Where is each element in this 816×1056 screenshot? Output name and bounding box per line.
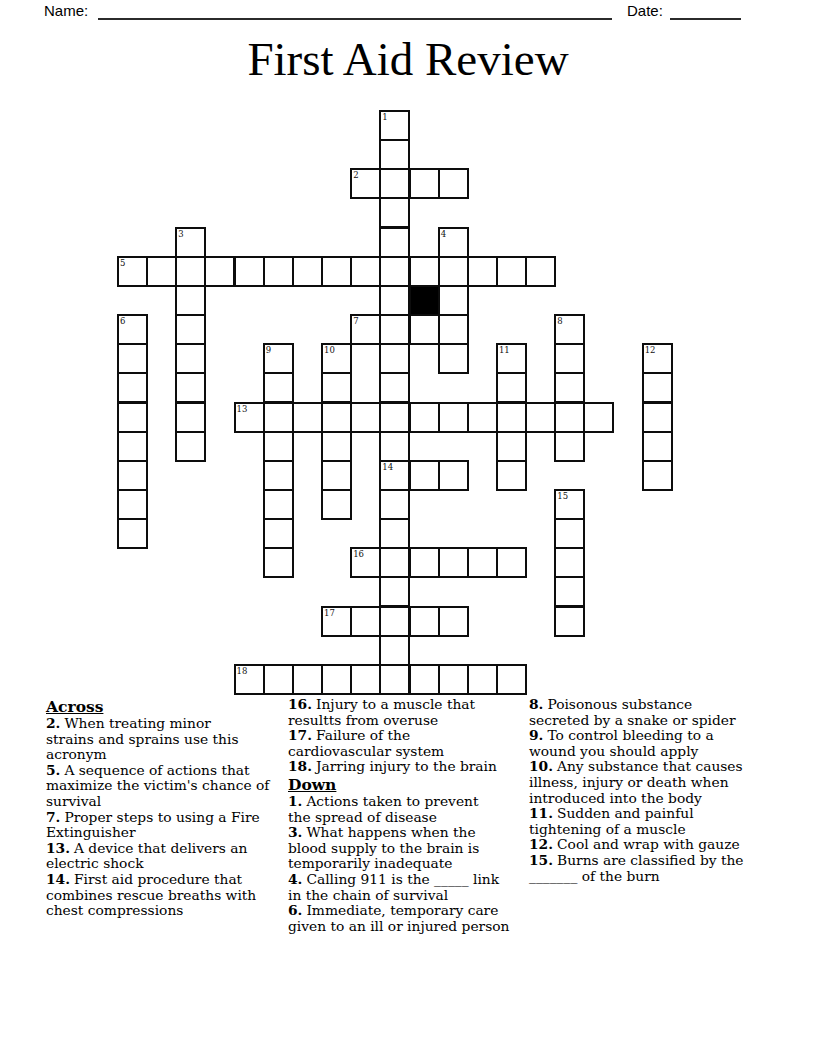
cell-r8c0[interactable] bbox=[117, 343, 148, 374]
cell-r8c15[interactable] bbox=[554, 343, 585, 374]
clue-text: Actions taken to prevent the spread of d… bbox=[288, 793, 479, 825]
clue-text: Cool and wrap with gauze bbox=[557, 836, 740, 852]
cell-r5c8[interactable] bbox=[350, 256, 381, 287]
cell-number-16: 16 bbox=[353, 549, 364, 559]
cell-r14c5[interactable] bbox=[263, 518, 294, 549]
cell-r18c9[interactable] bbox=[379, 635, 410, 666]
name-blank-line[interactable] bbox=[98, 0, 612, 20]
clue-text: Any substance that causes illness, injur… bbox=[529, 758, 743, 805]
cell-r8c13[interactable]: 11 bbox=[496, 343, 527, 374]
clue-number: 10. bbox=[529, 758, 553, 774]
clue-17: 17.Failure of the cardiovascular system bbox=[288, 728, 531, 759]
clue-16: 16.Injury to a muscle that resultts from… bbox=[288, 697, 531, 728]
cell-r10c4[interactable]: 13 bbox=[234, 402, 265, 433]
cell-r5c3[interactable] bbox=[204, 256, 235, 287]
clue-text: Sudden and painful tightening of a muscl… bbox=[529, 805, 694, 837]
cell-r5c0[interactable]: 5 bbox=[117, 256, 148, 287]
cell-r8c2[interactable] bbox=[175, 343, 206, 374]
clue-number: 3. bbox=[288, 824, 302, 840]
cell-r15c13[interactable] bbox=[496, 547, 527, 578]
cell-r17c9[interactable] bbox=[379, 606, 410, 637]
cell-r1c9[interactable] bbox=[379, 139, 410, 170]
cell-r12c13[interactable] bbox=[496, 460, 527, 491]
cell-r12c9[interactable]: 14 bbox=[379, 460, 410, 491]
clue-9: 9.To control bleeding to a wound you sho… bbox=[529, 728, 772, 759]
clue-15: 15.Burns are classified by the _______ o… bbox=[529, 853, 772, 884]
clue-text: When treating minor strains and sprains … bbox=[46, 715, 238, 762]
cell-r8c5[interactable]: 9 bbox=[263, 343, 294, 374]
cell-r19c5[interactable] bbox=[263, 664, 294, 695]
clue-number: 6. bbox=[288, 902, 302, 918]
cell-r15c9[interactable] bbox=[379, 547, 410, 578]
cell-r10c5[interactable] bbox=[263, 402, 294, 433]
cell-number-14: 14 bbox=[382, 462, 393, 472]
cell-number-3: 3 bbox=[178, 229, 183, 239]
cell-r10c9[interactable] bbox=[379, 402, 410, 433]
cell-r10c13[interactable] bbox=[496, 402, 527, 433]
clue-14: 14.First aid procedure that combines res… bbox=[46, 872, 289, 919]
clue-text: Poisonous substance secreted by a snake … bbox=[529, 696, 736, 728]
cell-r19c11[interactable] bbox=[438, 664, 469, 695]
cell-r17c11[interactable] bbox=[438, 606, 469, 637]
cell-r12c10[interactable] bbox=[409, 460, 440, 491]
clue-text: Immediate, temporary care given to an il… bbox=[288, 902, 509, 934]
clue-column-1: Across2.When treating minor strains and … bbox=[46, 697, 289, 919]
clue-10: 10.Any substance that causes illness, in… bbox=[529, 759, 772, 806]
cell-number-1: 1 bbox=[382, 112, 387, 122]
cell-r9c13[interactable] bbox=[496, 372, 527, 403]
cell-r5c9[interactable] bbox=[379, 256, 410, 287]
clue-number: 15. bbox=[529, 852, 553, 868]
cell-r5c14[interactable] bbox=[525, 256, 556, 287]
clue-text: To control bleeding to a wound you shoul… bbox=[529, 727, 714, 759]
cell-r16c15[interactable] bbox=[554, 576, 585, 607]
cell-r10c10[interactable] bbox=[409, 402, 440, 433]
clue-number: 4. bbox=[288, 871, 302, 887]
cell-r2c10[interactable] bbox=[409, 168, 440, 199]
cell-r10c16[interactable] bbox=[583, 402, 614, 433]
cell-r7c2[interactable] bbox=[175, 314, 206, 345]
name-label: Name: bbox=[44, 2, 88, 19]
cell-r5c13[interactable] bbox=[496, 256, 527, 287]
cell-r14c9[interactable] bbox=[379, 518, 410, 549]
cell-r17c7[interactable]: 17 bbox=[321, 606, 352, 637]
cell-number-2: 2 bbox=[353, 170, 358, 180]
cell-r9c5[interactable] bbox=[263, 372, 294, 403]
cell-r7c9[interactable] bbox=[379, 314, 410, 345]
cell-r10c7[interactable] bbox=[321, 402, 352, 433]
clue-number: 9. bbox=[529, 727, 543, 743]
cell-r9c0[interactable] bbox=[117, 372, 148, 403]
black-cell-r6c10 bbox=[409, 285, 440, 316]
cell-r15c8[interactable]: 16 bbox=[350, 547, 381, 578]
clue-text: What happens when the blood supply to th… bbox=[288, 824, 479, 871]
cell-r17c15[interactable] bbox=[554, 606, 585, 637]
clue-text: Proper steps to using a Fire Extinguishe… bbox=[46, 809, 260, 841]
cell-r7c11[interactable] bbox=[438, 314, 469, 345]
cell-r11c18[interactable] bbox=[642, 431, 673, 462]
cell-r6c9[interactable] bbox=[379, 285, 410, 316]
clue-text: Calling 911 is the _____ link in the cha… bbox=[288, 871, 499, 903]
cell-number-17: 17 bbox=[324, 608, 335, 618]
clue-11: 11.Sudden and painful tightening of a mu… bbox=[529, 806, 772, 837]
clue-number: 1. bbox=[288, 793, 302, 809]
cell-r4c2[interactable]: 3 bbox=[175, 227, 206, 258]
cell-number-15: 15 bbox=[557, 491, 568, 501]
cell-r7c15[interactable]: 8 bbox=[554, 314, 585, 345]
cell-r5c2[interactable] bbox=[175, 256, 206, 287]
cell-r19c6[interactable] bbox=[292, 664, 323, 695]
cell-r8c11[interactable] bbox=[438, 343, 469, 374]
clue-number: 13. bbox=[46, 840, 70, 856]
cell-r14c15[interactable] bbox=[554, 518, 585, 549]
cell-r4c11[interactable]: 4 bbox=[438, 227, 469, 258]
cell-r12c5[interactable] bbox=[263, 460, 294, 491]
clue-number: 8. bbox=[529, 696, 543, 712]
cell-r10c11[interactable] bbox=[438, 402, 469, 433]
clue-3: 3.What happens when the blood supply to … bbox=[288, 825, 531, 872]
clue-number: 16. bbox=[288, 696, 312, 712]
crossword-grid: 123456789101112131415161718 bbox=[117, 110, 673, 696]
cell-r12c0[interactable] bbox=[117, 460, 148, 491]
cell-r11c0[interactable] bbox=[117, 431, 148, 462]
cell-number-4: 4 bbox=[441, 229, 446, 239]
cell-number-11: 11 bbox=[499, 345, 510, 355]
cell-r4c9[interactable] bbox=[379, 227, 410, 258]
cell-r10c14[interactable] bbox=[525, 402, 556, 433]
cell-r5c1[interactable] bbox=[146, 256, 177, 287]
cell-r2c11[interactable] bbox=[438, 168, 469, 199]
cell-r19c7[interactable] bbox=[321, 664, 352, 695]
cell-r19c8[interactable] bbox=[350, 664, 381, 695]
cell-number-9: 9 bbox=[266, 345, 271, 355]
cell-r10c2[interactable] bbox=[175, 402, 206, 433]
cell-r7c8[interactable]: 7 bbox=[350, 314, 381, 345]
cell-r11c15[interactable] bbox=[554, 431, 585, 462]
clue-column-2: 16.Injury to a muscle that resultts from… bbox=[288, 697, 531, 934]
cell-r5c6[interactable] bbox=[292, 256, 323, 287]
cell-r3c9[interactable] bbox=[379, 197, 410, 228]
clue-2: 2.When treating minor strains and sprain… bbox=[46, 716, 289, 763]
cell-number-18: 18 bbox=[237, 666, 248, 676]
down-header: Down bbox=[288, 775, 531, 794]
clue-number: 7. bbox=[46, 809, 60, 825]
cell-r8c18[interactable]: 12 bbox=[642, 343, 673, 374]
cell-r10c15[interactable] bbox=[554, 402, 585, 433]
cell-r5c5[interactable] bbox=[263, 256, 294, 287]
cell-r15c11[interactable] bbox=[438, 547, 469, 578]
cell-r19c9[interactable] bbox=[379, 664, 410, 695]
clue-text: Burns are classified by the _______ of t… bbox=[529, 852, 744, 884]
cell-r0c9[interactable]: 1 bbox=[379, 110, 410, 141]
across-header: Across bbox=[46, 697, 289, 716]
cell-r8c9[interactable] bbox=[379, 343, 410, 374]
clue-4: 4.Calling 911 is the _____ link in the c… bbox=[288, 872, 531, 903]
cell-r13c7[interactable] bbox=[321, 489, 352, 520]
cell-number-6: 6 bbox=[120, 316, 125, 326]
cell-r14c0[interactable] bbox=[117, 518, 148, 549]
cell-r11c9[interactable] bbox=[379, 431, 410, 462]
cell-r15c5[interactable] bbox=[263, 547, 294, 578]
clue-number: 11. bbox=[529, 805, 553, 821]
cell-r13c15[interactable]: 15 bbox=[554, 489, 585, 520]
worksheet-page: Name: Date: First Aid Review 12345678910… bbox=[0, 0, 816, 1056]
cell-r15c15[interactable] bbox=[554, 547, 585, 578]
cell-r8c7[interactable]: 10 bbox=[321, 343, 352, 374]
clue-text: A sequence of actions that maximize the … bbox=[46, 762, 269, 809]
cell-r10c6[interactable] bbox=[292, 402, 323, 433]
cell-r19c10[interactable] bbox=[409, 664, 440, 695]
cell-r2c9[interactable] bbox=[379, 168, 410, 199]
clue-number: 2. bbox=[46, 715, 60, 731]
clue-number: 14. bbox=[46, 871, 70, 887]
cell-r11c7[interactable] bbox=[321, 431, 352, 462]
cell-r19c12[interactable] bbox=[467, 664, 498, 695]
cell-r10c0[interactable] bbox=[117, 402, 148, 433]
clue-13: 13.A device that delivers an electric sh… bbox=[46, 841, 289, 872]
clue-column-3: 8.Poisonous substance secreted by a snak… bbox=[529, 697, 772, 884]
clue-number: 17. bbox=[288, 727, 312, 743]
cell-r15c10[interactable] bbox=[409, 547, 440, 578]
clue-6: 6.Immediate, temporary care given to an … bbox=[288, 903, 531, 934]
cell-r12c18[interactable] bbox=[642, 460, 673, 491]
cell-r5c4[interactable] bbox=[234, 256, 265, 287]
clue-number: 5. bbox=[46, 762, 60, 778]
cell-r19c4[interactable]: 18 bbox=[234, 664, 265, 695]
cell-r13c9[interactable] bbox=[379, 489, 410, 520]
cell-number-8: 8 bbox=[557, 316, 562, 326]
cell-r17c8[interactable] bbox=[350, 606, 381, 637]
cell-r9c18[interactable] bbox=[642, 372, 673, 403]
cell-r15c12[interactable] bbox=[467, 547, 498, 578]
cell-r7c0[interactable]: 6 bbox=[117, 314, 148, 345]
clue-text: Injury to a muscle that resultts from ov… bbox=[288, 696, 475, 728]
clue-18: 18.Jarring injury to the brain bbox=[288, 759, 531, 775]
cell-number-7: 7 bbox=[353, 316, 358, 326]
clue-1: 1.Actions taken to prevent the spread of… bbox=[288, 794, 531, 825]
cell-r5c11[interactable] bbox=[438, 256, 469, 287]
cell-r10c8[interactable] bbox=[350, 402, 381, 433]
clue-text: A device that delivers an electric shock bbox=[46, 840, 247, 872]
clue-number: 18. bbox=[288, 758, 312, 774]
cell-number-10: 10 bbox=[324, 345, 335, 355]
date-label: Date: bbox=[627, 2, 663, 19]
cell-r5c10[interactable] bbox=[409, 256, 440, 287]
cell-r11c5[interactable] bbox=[263, 431, 294, 462]
cell-r10c18[interactable] bbox=[642, 402, 673, 433]
cell-r12c7[interactable] bbox=[321, 460, 352, 491]
cell-r13c5[interactable] bbox=[263, 489, 294, 520]
cell-r7c10[interactable] bbox=[409, 314, 440, 345]
clue-8: 8.Poisonous substance secreted by a snak… bbox=[529, 697, 772, 728]
cell-number-5: 5 bbox=[120, 258, 125, 268]
clue-number: 12. bbox=[529, 836, 553, 852]
cell-r16c9[interactable] bbox=[379, 576, 410, 607]
cell-r5c7[interactable] bbox=[321, 256, 352, 287]
cell-r2c8[interactable]: 2 bbox=[350, 168, 381, 199]
date-blank-line[interactable] bbox=[670, 0, 741, 20]
cell-r9c2[interactable] bbox=[175, 372, 206, 403]
cell-r5c12[interactable] bbox=[467, 256, 498, 287]
cell-r17c10[interactable] bbox=[409, 606, 440, 637]
cell-r13c0[interactable] bbox=[117, 489, 148, 520]
cell-r9c7[interactable] bbox=[321, 372, 352, 403]
cell-r12c11[interactable] bbox=[438, 460, 469, 491]
cell-number-13: 13 bbox=[237, 404, 248, 414]
cell-number-12: 12 bbox=[645, 345, 656, 355]
cell-r10c12[interactable] bbox=[467, 402, 498, 433]
clue-text: First aid procedure that combines rescue… bbox=[46, 871, 256, 918]
cell-r19c13[interactable] bbox=[496, 664, 527, 695]
cell-r9c9[interactable] bbox=[379, 372, 410, 403]
clue-12: 12.Cool and wrap with gauze bbox=[529, 837, 772, 853]
clue-5: 5.A sequence of actions that maximize th… bbox=[46, 763, 289, 810]
cell-r6c2[interactable] bbox=[175, 285, 206, 316]
page-title: First Aid Review bbox=[0, 34, 816, 86]
clue-text: Jarring injury to the brain bbox=[316, 758, 497, 774]
cell-r9c15[interactable] bbox=[554, 372, 585, 403]
cell-r6c11[interactable] bbox=[438, 285, 469, 316]
cell-r11c2[interactable] bbox=[175, 431, 206, 462]
cell-r11c13[interactable] bbox=[496, 431, 527, 462]
clue-7: 7.Proper steps to using a Fire Extinguis… bbox=[46, 810, 289, 841]
